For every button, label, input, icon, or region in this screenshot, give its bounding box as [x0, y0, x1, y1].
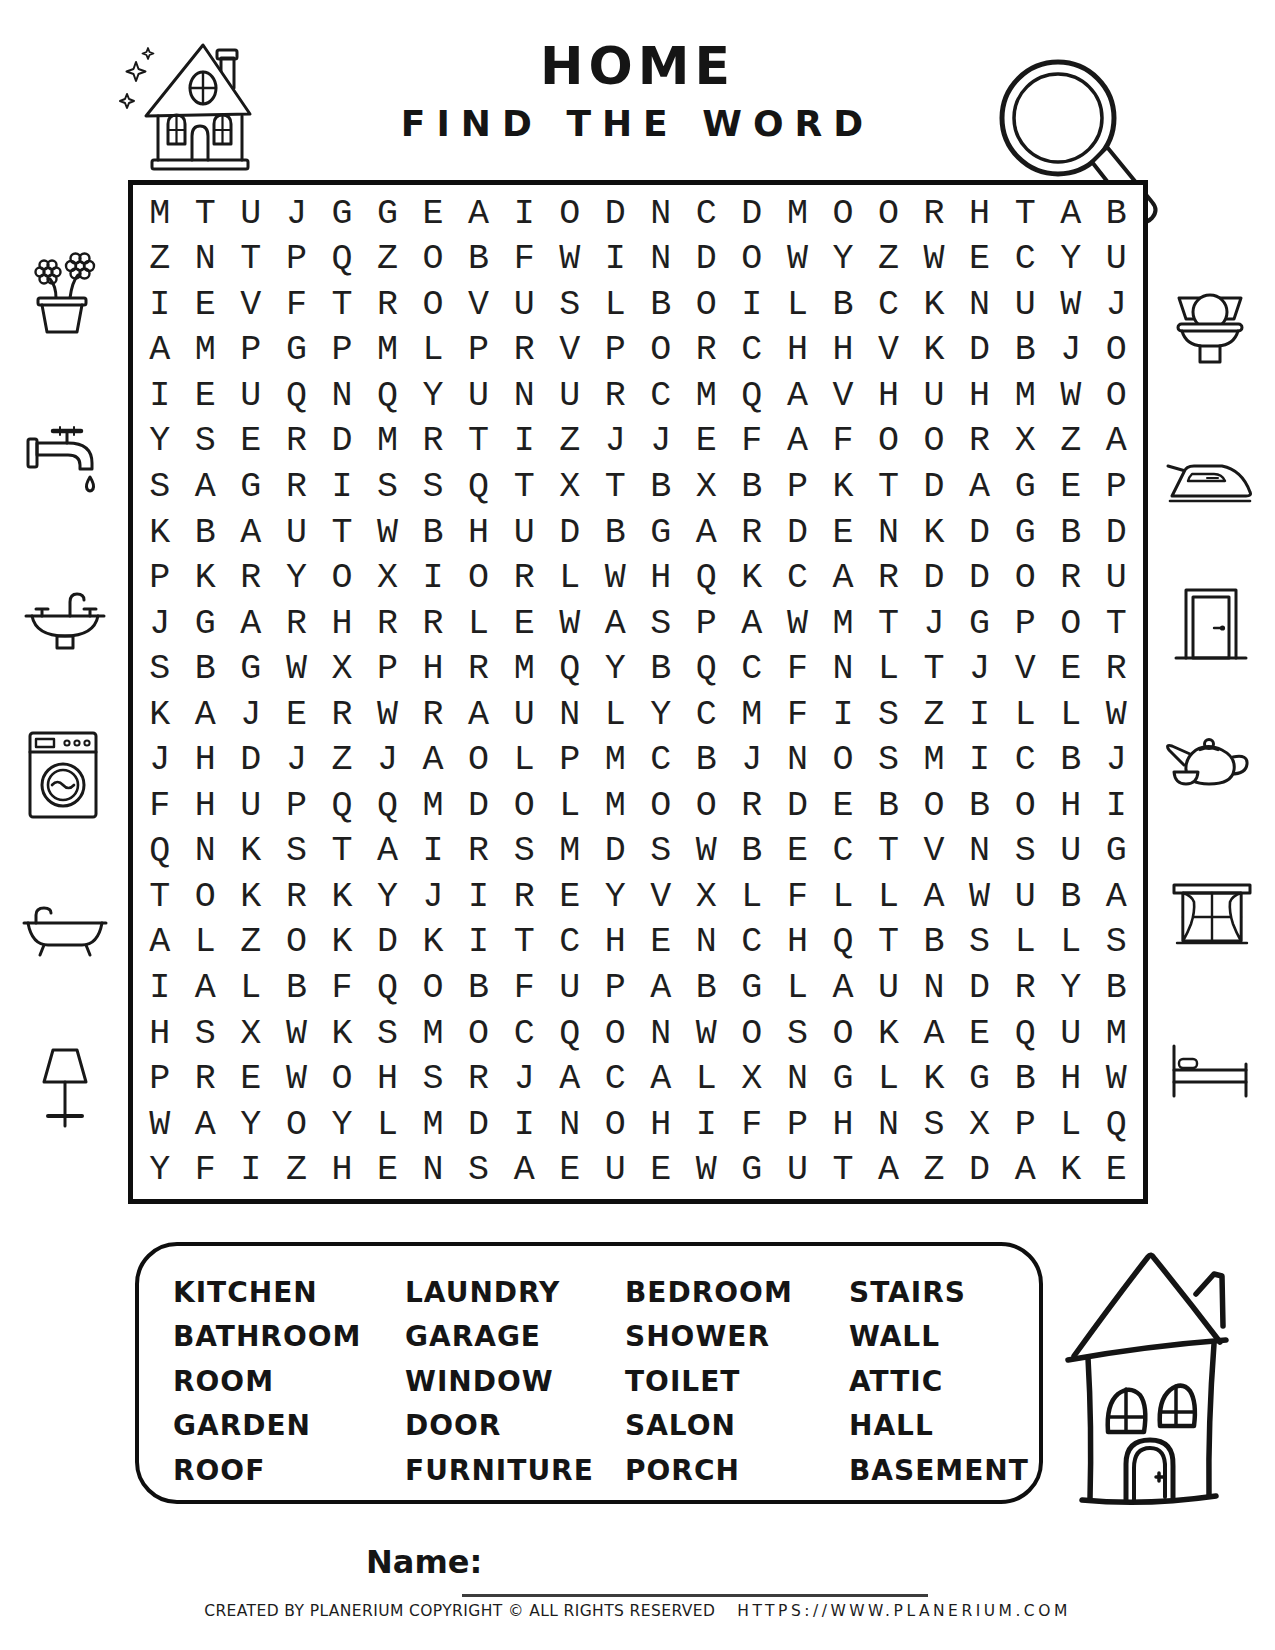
word-column: KITCHENBATHROOMROOMGARDENROOF [173, 1270, 405, 1494]
grid-cell: L [183, 920, 229, 966]
grid-cell: J [365, 738, 411, 784]
bed-icon [1166, 1044, 1254, 1100]
grid-cell: F [775, 692, 821, 738]
sink-icon [24, 586, 106, 656]
grid-cell: Q [684, 646, 730, 692]
grid-cell: L [729, 874, 775, 920]
grid-cell: R [501, 874, 547, 920]
grid-cell: G [1093, 829, 1139, 875]
grid-cell: D [957, 510, 1003, 556]
grid-cell: J [137, 738, 183, 784]
grid-cell: U [1048, 829, 1094, 875]
grid-cell: T [1093, 601, 1139, 647]
grid-cell: H [1048, 1056, 1094, 1102]
grid-cell: J [228, 692, 274, 738]
grid-cell: G [228, 464, 274, 510]
word-item: BASEMENT [849, 1448, 1029, 1493]
grid-cell: T [1002, 191, 1048, 237]
grid-cell: A [137, 328, 183, 374]
grid-cell: T [319, 510, 365, 556]
grid-cell: G [729, 965, 775, 1011]
grid-cell: K [911, 510, 957, 556]
grid-cell: M [410, 1011, 456, 1057]
grid-cell: U [592, 1147, 638, 1193]
grid-cell: F [501, 237, 547, 283]
grid-cell: T [911, 646, 957, 692]
word-item: TOILET [625, 1359, 849, 1404]
grid-cell: W [547, 601, 593, 647]
grid-cell: O [547, 191, 593, 237]
grid-cell: L [775, 282, 821, 328]
word-item: ATTIC [849, 1359, 1029, 1404]
grid-cell: B [638, 646, 684, 692]
grid-cell: C [684, 191, 730, 237]
grid-cell: V [638, 874, 684, 920]
grid-cell: E [410, 191, 456, 237]
grid-cell: D [957, 1147, 1003, 1193]
grid-cell: B [729, 464, 775, 510]
grid-cell: B [592, 510, 638, 556]
grid-cell: I [684, 1102, 730, 1148]
grid-cell: W [775, 237, 821, 283]
grid-cell: U [1093, 237, 1139, 283]
grid-cell: B [410, 510, 456, 556]
grid-cell: K [319, 1011, 365, 1057]
grid-cell: A [1093, 874, 1139, 920]
grid-cell: P [775, 1102, 821, 1148]
grid-cell: P [1093, 464, 1139, 510]
footer-credit: CREATED BY PLANERIUM COPYRIGHT © ALL RIG… [204, 1602, 715, 1620]
grid-cell: B [274, 965, 320, 1011]
grid-cell: F [183, 1147, 229, 1193]
grid-cell: L [775, 965, 821, 1011]
grid-cell: S [137, 646, 183, 692]
grid-cell: W [547, 237, 593, 283]
grid-cell: R [410, 692, 456, 738]
grid-cell: O [638, 328, 684, 374]
grid-cell: R [456, 829, 502, 875]
grid-cell: E [684, 419, 730, 465]
grid-cell: K [410, 920, 456, 966]
grid-cell: P [775, 464, 821, 510]
grid-cell: R [957, 419, 1003, 465]
grid-cell: O [274, 920, 320, 966]
grid-cell: E [228, 419, 274, 465]
grid-cell: N [957, 829, 1003, 875]
grid-cell: I [501, 1102, 547, 1148]
grid-cell: K [866, 1011, 912, 1057]
grid-cell: V [1002, 646, 1048, 692]
grid-cell: S [183, 419, 229, 465]
word-item: HALL [849, 1404, 1029, 1449]
grid-cell: I [957, 692, 1003, 738]
grid-cell: N [775, 1056, 821, 1102]
grid-cell: H [183, 783, 229, 829]
grid-cell: R [274, 419, 320, 465]
grid-cell: N [319, 373, 365, 419]
grid-cell: A [456, 191, 502, 237]
grid-cell: R [911, 191, 957, 237]
word-item: BEDROOM [625, 1270, 849, 1315]
grid-cell: E [547, 874, 593, 920]
grid-cell: G [274, 328, 320, 374]
grid-cell: O [729, 1011, 775, 1057]
grid-cell: M [410, 1102, 456, 1148]
grid-cell: R [1002, 965, 1048, 1011]
grid-cell: S [410, 464, 456, 510]
grid-cell: A [183, 965, 229, 1011]
grid-cell: Z [1048, 419, 1094, 465]
grid-cell: S [775, 1011, 821, 1057]
grid-cell: H [319, 1147, 365, 1193]
grid-cell: V [911, 829, 957, 875]
grid-cell: L [1002, 692, 1048, 738]
grid-cell: E [820, 783, 866, 829]
grid-cell: C [684, 692, 730, 738]
grid-cell: G [319, 191, 365, 237]
grid-cell: E [638, 920, 684, 966]
grid-cell: N [638, 1011, 684, 1057]
grid-cell: C [547, 920, 593, 966]
grid-cell: O [684, 282, 730, 328]
grid-cell: N [957, 282, 1003, 328]
word-item: STAIRS [849, 1270, 1029, 1315]
grid-cell: J [1048, 328, 1094, 374]
grid-cell: T [456, 419, 502, 465]
grid-cell: M [592, 738, 638, 784]
door-icon [1174, 578, 1248, 664]
grid-cell: N [684, 920, 730, 966]
grid-cell: F [729, 419, 775, 465]
grid-cell: U [501, 282, 547, 328]
grid-cell: M [137, 191, 183, 237]
grid-cell: Q [319, 237, 365, 283]
grid-cell: K [137, 510, 183, 556]
grid-cell: S [866, 692, 912, 738]
grid-cell: D [365, 920, 411, 966]
grid-cell: A [638, 965, 684, 1011]
toilet-icon [1172, 292, 1248, 370]
grid-cell: R [228, 555, 274, 601]
name-entry-line [462, 1556, 928, 1597]
word-column: STAIRSWALLATTICHALLBASEMENT [849, 1270, 1029, 1494]
grid-cell: Q [319, 783, 365, 829]
grid-cell: W [274, 1011, 320, 1057]
grid-cell: D [729, 191, 775, 237]
grid-cell: V [547, 328, 593, 374]
grid-cell: O [456, 1011, 502, 1057]
grid-cell: N [775, 738, 821, 784]
grid-cell: J [911, 601, 957, 647]
grid-cell: X [547, 464, 593, 510]
grid-cell: A [137, 920, 183, 966]
grid-cell: W [775, 601, 821, 647]
grid-cell: H [957, 373, 1003, 419]
grid-cell: L [410, 328, 456, 374]
grid-cell: G [957, 601, 1003, 647]
grid-cell: B [1048, 510, 1094, 556]
grid-cell: J [592, 419, 638, 465]
grid-cell: P [592, 965, 638, 1011]
grid-cell: T [866, 464, 912, 510]
grid-cell: D [319, 419, 365, 465]
grid-cell: A [684, 510, 730, 556]
grid-cell: J [410, 874, 456, 920]
grid-cell: I [228, 1147, 274, 1193]
grid-cell: Q [820, 920, 866, 966]
grid-cell: P [684, 601, 730, 647]
word-item: ROOF [173, 1448, 405, 1493]
grid-cell: U [228, 191, 274, 237]
grid-cell: E [1048, 464, 1094, 510]
grid-cell: C [592, 1056, 638, 1102]
grid-cell: J [274, 191, 320, 237]
grid-cell: L [501, 738, 547, 784]
grid-cell: R [274, 874, 320, 920]
grid-cell: M [183, 328, 229, 374]
grid-cell: P [365, 646, 411, 692]
grid-cell: K [729, 555, 775, 601]
grid-cell: E [274, 692, 320, 738]
grid-cell: K [1048, 1147, 1094, 1193]
grid-cell: Q [365, 373, 411, 419]
grid-cell: A [547, 1056, 593, 1102]
footer-url: HTTPS://WWW.PLANERIUM.COM [737, 1602, 1071, 1620]
grid-cell: U [775, 1147, 821, 1193]
word-column: BEDROOMSHOWERTOILETSALONPORCH [625, 1270, 849, 1494]
grid-cell: N [183, 829, 229, 875]
grid-cell: Z [274, 1147, 320, 1193]
grid-cell: U [911, 373, 957, 419]
grid-cell: S [1093, 920, 1139, 966]
grid-cell: W [592, 555, 638, 601]
grid-cell: W [684, 829, 730, 875]
grid-cell: T [501, 920, 547, 966]
iron-icon [1162, 452, 1257, 510]
grid-cell: G [820, 1056, 866, 1102]
grid-cell: E [638, 1147, 684, 1193]
grid-cell: J [501, 1056, 547, 1102]
grid-cell: W [684, 1147, 730, 1193]
grid-cell: O [456, 738, 502, 784]
grid-cell: P [456, 328, 502, 374]
grid-cell: F [274, 282, 320, 328]
grid-cell: A [1093, 419, 1139, 465]
grid-cell: A [410, 738, 456, 784]
grid-cell: D [456, 1102, 502, 1148]
grid-cell: Y [1048, 237, 1094, 283]
grid-cell: Q [365, 783, 411, 829]
grid-cell: X [684, 874, 730, 920]
grid-cell: I [137, 373, 183, 419]
grid-cell: I [410, 829, 456, 875]
grid-cell: P [274, 237, 320, 283]
grid-cell: M [1093, 1011, 1139, 1057]
grid-cell: O [684, 783, 730, 829]
grid-cell: P [592, 328, 638, 374]
word-list-box: KITCHENBATHROOMROOMGARDENROOF LAUNDRYGAR… [135, 1242, 1043, 1504]
grid-cell: D [911, 464, 957, 510]
grid-cell: G [365, 191, 411, 237]
grid-cell: O [183, 874, 229, 920]
grid-cell: H [410, 646, 456, 692]
grid-cell: Z [319, 738, 365, 784]
grid-cell: R [729, 783, 775, 829]
grid-cell: H [319, 601, 365, 647]
grid-cell: O [410, 237, 456, 283]
grid-cell: W [1048, 282, 1094, 328]
grid-cell: R [365, 601, 411, 647]
grid-cell: I [957, 738, 1003, 784]
grid-cell: M [547, 829, 593, 875]
grid-cell: D [957, 965, 1003, 1011]
grid-cell: M [729, 692, 775, 738]
word-item: GARDEN [173, 1404, 405, 1449]
grid-cell: Z [547, 419, 593, 465]
grid-cell: O [1002, 783, 1048, 829]
grid-cell: T [592, 464, 638, 510]
grid-cell: A [456, 692, 502, 738]
grid-cell: A [183, 464, 229, 510]
grid-cell: L [547, 783, 593, 829]
window-icon [1172, 882, 1252, 952]
grid-cell: W [1048, 373, 1094, 419]
grid-cell: J [274, 738, 320, 784]
grid-cell: B [1002, 1056, 1048, 1102]
grid-cell: E [957, 237, 1003, 283]
grid-cell: I [1093, 783, 1139, 829]
grid-cell: T [228, 237, 274, 283]
grid-cell: G [1002, 464, 1048, 510]
word-item: GARAGE [405, 1315, 625, 1360]
grid-cell: A [183, 1102, 229, 1148]
grid-cell: J [957, 646, 1003, 692]
grid-cell: L [547, 555, 593, 601]
grid-cell: U [1002, 282, 1048, 328]
grid-cell: U [1093, 555, 1139, 601]
grid-cell: H [866, 373, 912, 419]
grid-cell: V [820, 373, 866, 419]
grid-cell: M [365, 328, 411, 374]
grid-cell: J [137, 601, 183, 647]
word-item: SHOWER [625, 1315, 849, 1360]
grid-cell: A [957, 464, 1003, 510]
grid-cell: C [501, 1011, 547, 1057]
grid-cell: L [684, 1056, 730, 1102]
grid-cell: K [228, 829, 274, 875]
grid-cell: A [911, 1011, 957, 1057]
grid-cell: R [410, 419, 456, 465]
grid-cell: U [1002, 874, 1048, 920]
grid-cell: B [638, 464, 684, 510]
grid-cell: R [410, 601, 456, 647]
grid-cell: C [1002, 738, 1048, 784]
grid-cell: M [365, 419, 411, 465]
grid-cell: F [775, 646, 821, 692]
grid-cell: O [1002, 555, 1048, 601]
grid-cell: J [638, 419, 684, 465]
grid-cell: B [684, 738, 730, 784]
grid-cell: I [501, 191, 547, 237]
grid-cell: G [1002, 510, 1048, 556]
grid-cell: H [775, 920, 821, 966]
grid-cell: Q [547, 646, 593, 692]
grid-cell: T [501, 464, 547, 510]
grid-cell: W [684, 1011, 730, 1057]
grid-cell: H [1048, 783, 1094, 829]
grid-cell: F [137, 783, 183, 829]
grid-cell: O [820, 191, 866, 237]
grid-cell: L [1048, 920, 1094, 966]
grid-cell: B [729, 829, 775, 875]
grid-cell: B [866, 783, 912, 829]
grid-cell: U [228, 783, 274, 829]
grid-cell: S [866, 738, 912, 784]
grid-cell: A [775, 419, 821, 465]
grid-cell: S [137, 464, 183, 510]
grid-cell: S [365, 464, 411, 510]
grid-cell: B [911, 920, 957, 966]
grid-cell: W [365, 510, 411, 556]
grid-cell: D [775, 783, 821, 829]
word-search-grid: MTUJGGEAIODNCDMOORHTABZNTPQZOBFWINDOWYZW… [128, 180, 1148, 1204]
grid-cell: U [547, 965, 593, 1011]
grid-cell: P [137, 555, 183, 601]
grid-cell: O [911, 783, 957, 829]
grid-cell: O [319, 555, 365, 601]
grid-cell: O [1093, 373, 1139, 419]
grid-cell: M [911, 738, 957, 784]
grid-cell: L [365, 1102, 411, 1148]
grid-cell: J [1093, 738, 1139, 784]
grid-cell: H [957, 191, 1003, 237]
word-item: ROOM [173, 1359, 405, 1404]
grid-cell: A [183, 692, 229, 738]
grid-cell: E [547, 1147, 593, 1193]
grid-cell: A [729, 601, 775, 647]
grid-cell: X [365, 555, 411, 601]
grid-cell: L [866, 1056, 912, 1102]
grid-cell: Q [274, 373, 320, 419]
word-item: KITCHEN [173, 1270, 405, 1315]
grid-cell: N [547, 1102, 593, 1148]
word-column: LAUNDRYGARAGEWINDOWDOORFURNITURE [405, 1270, 625, 1494]
grid-cell: W [957, 874, 1003, 920]
grid-cell: B [1048, 738, 1094, 784]
grid-cell: X [957, 1102, 1003, 1148]
grid-cell: E [228, 1056, 274, 1102]
washing-machine-icon [27, 730, 99, 820]
grid-cell: Y [365, 874, 411, 920]
grid-cell: U [501, 692, 547, 738]
grid-cell: K [228, 874, 274, 920]
grid-cell: R [501, 555, 547, 601]
grid-cell: Y [137, 419, 183, 465]
grid-cell: W [274, 1056, 320, 1102]
grid-cell: U [456, 373, 502, 419]
grid-cell: J [1093, 282, 1139, 328]
grid-cell: H [775, 328, 821, 374]
grid-cell: R [1048, 555, 1094, 601]
grid-cell: O [866, 191, 912, 237]
grid-cell: O [820, 738, 866, 784]
grid-cell: A [228, 510, 274, 556]
grid-cell: M [592, 783, 638, 829]
grid-cell: N [866, 1102, 912, 1148]
grid-cell: P [1002, 601, 1048, 647]
grid-cell: W [365, 692, 411, 738]
word-item: PORCH [625, 1448, 849, 1493]
